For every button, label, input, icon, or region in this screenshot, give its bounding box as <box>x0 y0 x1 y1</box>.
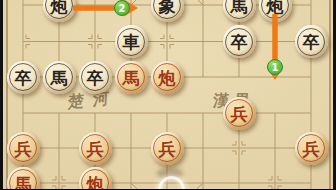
piece-character: 兵 <box>15 138 32 161</box>
piece-character: 卒 <box>303 31 320 54</box>
piece-character: 炮 <box>87 173 104 190</box>
xiangqi-game-screenshot: 楚河 漢界 炮象馬炮車卒卒卒馬卒馬炮兵兵兵兵兵馬炮 12 <box>0 0 336 189</box>
piece-character: 馬 <box>123 67 140 90</box>
piece-black-卒[interactable]: 卒 <box>295 25 328 58</box>
piece-character: 兵 <box>159 138 176 161</box>
piece-character: 炮 <box>267 0 284 18</box>
piece-character: 兵 <box>231 103 248 126</box>
piece-red-兵[interactable]: 兵 <box>7 132 40 165</box>
piece-character: 車 <box>123 31 140 54</box>
piece-black-車[interactable]: 車 <box>115 25 148 58</box>
piece-black-卒[interactable]: 卒 <box>7 61 40 94</box>
piece-red-兵[interactable]: 兵 <box>79 132 112 165</box>
piece-character: 馬 <box>51 67 68 90</box>
left-letterbox-bar <box>0 0 3 189</box>
piece-black-卒[interactable]: 卒 <box>223 25 256 58</box>
piece-black-馬[interactable]: 馬 <box>43 61 76 94</box>
piece-character: 炮 <box>51 0 68 18</box>
piece-black-卒[interactable]: 卒 <box>79 61 112 94</box>
piece-character: 兵 <box>87 138 104 161</box>
piece-red-兵[interactable]: 兵 <box>151 132 184 165</box>
piece-character: 卒 <box>231 31 248 54</box>
piece-character: 馬 <box>231 0 248 18</box>
piece-character: 兵 <box>303 138 320 161</box>
piece-red-兵[interactable]: 兵 <box>223 97 256 130</box>
piece-red-兵[interactable]: 兵 <box>295 132 328 165</box>
piece-character: 卒 <box>87 67 104 90</box>
piece-character: 馬 <box>15 173 32 190</box>
piece-character: 象 <box>159 0 176 18</box>
piece-character: 卒 <box>15 67 32 90</box>
piece-red-炮[interactable]: 炮 <box>151 61 184 94</box>
piece-character: 炮 <box>159 67 176 90</box>
piece-red-馬[interactable]: 馬 <box>115 61 148 94</box>
